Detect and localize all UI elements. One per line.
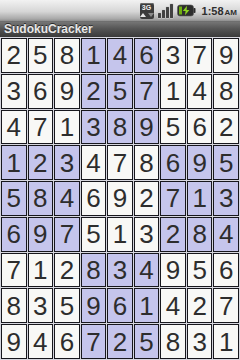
clock-time: 1:58: [202, 5, 224, 17]
sudoku-cell-r8c3[interactable]: 5: [54, 288, 80, 323]
sudoku-cell-r8c7[interactable]: 4: [160, 288, 186, 323]
sudoku-cell-r6c9[interactable]: 4: [213, 217, 239, 252]
sudoku-cell-r9c4[interactable]: 7: [81, 324, 107, 359]
title-bar: SudokuCracker: [0, 22, 240, 37]
sudoku-cell-r9c3[interactable]: 6: [54, 324, 80, 359]
sudoku-cell-r5c4[interactable]: 6: [81, 181, 107, 216]
sudoku-cell-r1c4[interactable]: 1: [81, 38, 107, 73]
sudoku-board: 2581463793692571484713895621234786955846…: [0, 37, 240, 360]
sudoku-cell-r9c8[interactable]: 3: [187, 324, 213, 359]
sudoku-cell-r8c5[interactable]: 6: [107, 288, 133, 323]
clock-meridiem: AM: [225, 8, 237, 17]
sudoku-cell-r1c5[interactable]: 4: [107, 38, 133, 73]
sudoku-cell-r1c3[interactable]: 8: [54, 38, 80, 73]
sudoku-cell-r7c1[interactable]: 7: [1, 253, 27, 288]
sudoku-cell-r9c6[interactable]: 5: [134, 324, 160, 359]
sudoku-cell-r7c3[interactable]: 2: [54, 253, 80, 288]
sudoku-cell-r1c9[interactable]: 9: [213, 38, 239, 73]
sudoku-cell-r3c9[interactable]: 2: [213, 110, 239, 145]
sudoku-cell-r4c7[interactable]: 6: [160, 145, 186, 180]
sudoku-cell-r9c5[interactable]: 2: [107, 324, 133, 359]
sudoku-cell-r9c7[interactable]: 8: [160, 324, 186, 359]
sudoku-cell-r6c7[interactable]: 2: [160, 217, 186, 252]
sudoku-cell-r3c7[interactable]: 5: [160, 110, 186, 145]
sudoku-cell-r9c2[interactable]: 4: [28, 324, 54, 359]
data-transfer-arrows-icon: [140, 12, 154, 17]
sudoku-cell-r5c8[interactable]: 1: [187, 181, 213, 216]
sudoku-cell-r8c9[interactable]: 7: [213, 288, 239, 323]
battery-charging-icon: [177, 4, 196, 17]
sudoku-cell-r1c6[interactable]: 6: [134, 38, 160, 73]
sudoku-cell-r1c8[interactable]: 7: [187, 38, 213, 73]
sudoku-cell-r4c5[interactable]: 7: [107, 145, 133, 180]
phone-screen: 3G 1:58AM SudokuCracker 2581463793692571…: [0, 0, 240, 360]
sudoku-cell-r8c2[interactable]: 3: [28, 288, 54, 323]
sudoku-cell-r7c8[interactable]: 5: [187, 253, 213, 288]
sudoku-cell-r6c3[interactable]: 7: [54, 217, 80, 252]
sudoku-cell-r8c4[interactable]: 9: [81, 288, 107, 323]
sudoku-cell-r1c1[interactable]: 2: [1, 38, 27, 73]
sudoku-cell-r5c9[interactable]: 3: [213, 181, 239, 216]
sudoku-cell-r6c5[interactable]: 1: [107, 217, 133, 252]
sudoku-cell-r3c8[interactable]: 6: [187, 110, 213, 145]
sudoku-cell-r2c9[interactable]: 8: [213, 74, 239, 109]
sudoku-cell-r7c9[interactable]: 6: [213, 253, 239, 288]
sudoku-cell-r5c3[interactable]: 4: [54, 181, 80, 216]
sudoku-cell-r3c4[interactable]: 3: [81, 110, 107, 145]
sudoku-cell-r5c7[interactable]: 7: [160, 181, 186, 216]
sudoku-cell-r6c6[interactable]: 3: [134, 217, 160, 252]
status-clock: 1:58AM: [200, 5, 237, 17]
status-bar: 3G 1:58AM: [0, 0, 240, 22]
sudoku-cell-r9c9[interactable]: 1: [213, 324, 239, 359]
sudoku-cell-r8c1[interactable]: 8: [1, 288, 27, 323]
3g-label: 3G: [142, 4, 151, 12]
mobile-data-3g-icon: 3G: [140, 3, 154, 19]
sudoku-cell-r1c7[interactable]: 3: [160, 38, 186, 73]
sudoku-cell-r7c6[interactable]: 4: [134, 253, 160, 288]
sudoku-cell-r6c2[interactable]: 9: [28, 217, 54, 252]
sudoku-cell-r7c4[interactable]: 8: [81, 253, 107, 288]
sudoku-cell-r3c1[interactable]: 4: [1, 110, 27, 145]
sudoku-cell-r7c7[interactable]: 9: [160, 253, 186, 288]
sudoku-cell-r3c3[interactable]: 1: [54, 110, 80, 145]
sudoku-cell-r2c7[interactable]: 1: [160, 74, 186, 109]
sudoku-cell-r4c6[interactable]: 8: [134, 145, 160, 180]
sudoku-cell-r6c4[interactable]: 5: [81, 217, 107, 252]
sudoku-cell-r2c8[interactable]: 4: [187, 74, 213, 109]
sudoku-cell-r3c2[interactable]: 7: [28, 110, 54, 145]
sudoku-cell-r1c2[interactable]: 5: [28, 38, 54, 73]
sudoku-cell-r4c1[interactable]: 1: [1, 145, 27, 180]
sudoku-cell-r3c5[interactable]: 8: [107, 110, 133, 145]
sudoku-cell-r5c1[interactable]: 5: [1, 181, 27, 216]
sudoku-cell-r5c5[interactable]: 9: [107, 181, 133, 216]
sudoku-cell-r2c2[interactable]: 6: [28, 74, 54, 109]
sudoku-cell-r3c6[interactable]: 9: [134, 110, 160, 145]
sudoku-cell-r4c2[interactable]: 2: [28, 145, 54, 180]
signal-strength-icon: [158, 3, 173, 18]
sudoku-cell-r8c8[interactable]: 2: [187, 288, 213, 323]
sudoku-cell-r4c8[interactable]: 9: [187, 145, 213, 180]
sudoku-cell-r2c6[interactable]: 7: [134, 74, 160, 109]
sudoku-cell-r2c1[interactable]: 3: [1, 74, 27, 109]
sudoku-cell-r2c4[interactable]: 2: [81, 74, 107, 109]
sudoku-cell-r4c4[interactable]: 4: [81, 145, 107, 180]
sudoku-cell-r4c3[interactable]: 3: [54, 145, 80, 180]
sudoku-cell-r7c5[interactable]: 3: [107, 253, 133, 288]
sudoku-cell-r9c1[interactable]: 9: [1, 324, 27, 359]
sudoku-cell-r2c3[interactable]: 9: [54, 74, 80, 109]
sudoku-cell-r6c1[interactable]: 6: [1, 217, 27, 252]
sudoku-cell-r2c5[interactable]: 5: [107, 74, 133, 109]
app-title: SudokuCracker: [4, 22, 93, 36]
sudoku-cell-r8c6[interactable]: 1: [134, 288, 160, 323]
sudoku-cell-r5c6[interactable]: 2: [134, 181, 160, 216]
sudoku-cell-r4c9[interactable]: 5: [213, 145, 239, 180]
sudoku-cell-r6c8[interactable]: 8: [187, 217, 213, 252]
sudoku-cell-r5c2[interactable]: 8: [28, 181, 54, 216]
sudoku-cell-r7c2[interactable]: 1: [28, 253, 54, 288]
